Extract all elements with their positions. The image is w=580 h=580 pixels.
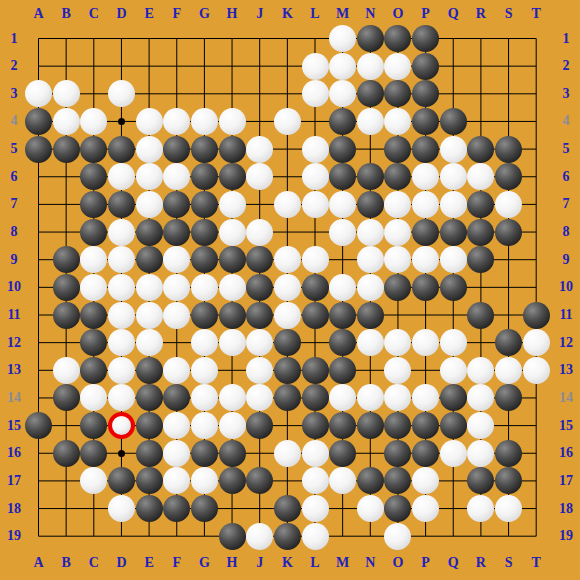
stone-white-P7 — [412, 191, 439, 218]
stone-black-H16 — [219, 440, 246, 467]
stone-black-B16 — [53, 440, 80, 467]
column-top-label-K: K — [282, 7, 293, 21]
stone-white-E11 — [136, 302, 163, 329]
stone-black-D7 — [108, 191, 135, 218]
stone-white-E12 — [136, 329, 163, 356]
point-J1[interactable] — [246, 25, 273, 52]
stone-black-F7 — [163, 191, 190, 218]
point-J2[interactable] — [246, 53, 273, 80]
stone-white-D12 — [108, 329, 135, 356]
column-top-label-F: F — [172, 7, 181, 21]
row-right-label-13: 13 — [559, 363, 573, 377]
stone-white-S7 — [495, 191, 522, 218]
point-M18[interactable] — [329, 495, 356, 522]
stone-white-N4 — [357, 108, 384, 135]
stone-white-M2 — [329, 53, 356, 80]
point-T3[interactable] — [523, 80, 550, 107]
stone-black-G9 — [191, 246, 218, 273]
stone-black-T11 — [523, 302, 550, 329]
point-M19[interactable] — [329, 523, 356, 550]
stone-white-S13 — [495, 357, 522, 384]
point-K3[interactable] — [274, 80, 301, 107]
column-top-label-J: J — [256, 7, 263, 21]
stone-black-J10 — [246, 274, 273, 301]
stone-black-H6 — [219, 163, 246, 190]
point-F19[interactable] — [163, 523, 190, 550]
point-A19[interactable] — [25, 523, 52, 550]
point-B1[interactable] — [53, 25, 80, 52]
stone-black-C13 — [80, 357, 107, 384]
row-right-label-1: 1 — [563, 32, 570, 46]
point-S19[interactable] — [495, 523, 522, 550]
point-J4[interactable] — [246, 108, 273, 135]
stone-black-O5 — [384, 136, 411, 163]
column-top-label-P: P — [421, 7, 430, 21]
stone-white-J19 — [246, 523, 273, 550]
stone-white-Q9 — [440, 246, 467, 273]
stone-black-K12 — [274, 329, 301, 356]
stone-white-L9 — [302, 246, 329, 273]
stone-black-R11 — [467, 302, 494, 329]
point-G1[interactable] — [191, 25, 218, 52]
point-R2[interactable] — [467, 53, 494, 80]
stone-black-R8 — [467, 219, 494, 246]
stone-black-P5 — [412, 136, 439, 163]
point-E1[interactable] — [136, 25, 163, 52]
stone-black-C16 — [80, 440, 107, 467]
stone-black-S12 — [495, 329, 522, 356]
stone-white-Q5 — [440, 136, 467, 163]
stone-black-Q4 — [440, 108, 467, 135]
row-right-label-15: 15 — [559, 419, 573, 433]
column-top-label-H: H — [227, 7, 238, 21]
point-A8[interactable] — [25, 219, 52, 246]
point-A7[interactable] — [25, 191, 52, 218]
point-T19[interactable] — [523, 523, 550, 550]
row-left-label-2: 2 — [11, 59, 18, 73]
stone-black-N17 — [357, 467, 384, 494]
stone-black-B10 — [53, 274, 80, 301]
stone-white-H4 — [219, 108, 246, 135]
stone-white-M7 — [329, 191, 356, 218]
column-bottom-label-O: O — [392, 556, 403, 570]
stone-black-L15 — [302, 412, 329, 439]
point-A11[interactable] — [25, 302, 52, 329]
point-F2[interactable] — [163, 53, 190, 80]
point-L1[interactable] — [302, 25, 329, 52]
row-left-label-8: 8 — [11, 225, 18, 239]
point-B8[interactable] — [53, 219, 80, 246]
point-T2[interactable] — [523, 53, 550, 80]
point-B15[interactable] — [53, 412, 80, 439]
column-bottom-label-A: A — [33, 556, 43, 570]
stone-black-S8 — [495, 219, 522, 246]
stone-white-D11 — [108, 302, 135, 329]
point-T8[interactable] — [523, 219, 550, 246]
row-left-label-16: 16 — [7, 446, 21, 460]
stone-black-G6 — [191, 163, 218, 190]
point-S15[interactable] — [495, 412, 522, 439]
stone-white-K11 — [274, 302, 301, 329]
stone-black-H17 — [219, 467, 246, 494]
stone-white-L18 — [302, 495, 329, 522]
point-A13[interactable] — [25, 357, 52, 384]
row-right-label-6: 6 — [563, 170, 570, 184]
stone-black-G11 — [191, 302, 218, 329]
stone-white-E6 — [136, 163, 163, 190]
stone-white-J13 — [246, 357, 273, 384]
stone-black-S16 — [495, 440, 522, 467]
stone-black-S5 — [495, 136, 522, 163]
stone-white-J5 — [246, 136, 273, 163]
stone-black-C7 — [80, 191, 107, 218]
column-top-label-N: N — [365, 7, 375, 21]
column-bottom-label-C: C — [89, 556, 99, 570]
stone-black-G8 — [191, 219, 218, 246]
row-left-label-18: 18 — [7, 502, 21, 516]
point-A18[interactable] — [25, 495, 52, 522]
stone-black-N6 — [357, 163, 384, 190]
column-bottom-label-K: K — [282, 556, 293, 570]
stone-white-D8 — [108, 219, 135, 246]
column-bottom-label-S: S — [505, 556, 513, 570]
point-A12[interactable] — [25, 329, 52, 356]
column-bottom-label-Q: Q — [448, 556, 459, 570]
point-Q17[interactable] — [440, 467, 467, 494]
stone-black-E9 — [136, 246, 163, 273]
point-K15[interactable] — [274, 412, 301, 439]
point-A10[interactable] — [25, 274, 52, 301]
column-bottom-label-B: B — [61, 556, 70, 570]
point-D19[interactable] — [108, 523, 135, 550]
point-D4[interactable] — [108, 108, 135, 135]
stone-black-N1 — [357, 25, 384, 52]
stone-white-N2 — [357, 53, 384, 80]
stone-white-Q12 — [440, 329, 467, 356]
stone-white-N18 — [357, 495, 384, 522]
point-Q1[interactable] — [440, 25, 467, 52]
column-top-label-S: S — [505, 7, 513, 21]
stone-black-P2 — [412, 53, 439, 80]
stone-black-M11 — [329, 302, 356, 329]
point-H13[interactable] — [219, 357, 246, 384]
stone-black-E13 — [136, 357, 163, 384]
point-L12[interactable] — [302, 329, 329, 356]
point-C2[interactable] — [80, 53, 107, 80]
stone-black-K13 — [274, 357, 301, 384]
stone-black-N15 — [357, 412, 384, 439]
row-left-label-1: 1 — [11, 32, 18, 46]
row-right-label-18: 18 — [559, 502, 573, 516]
stone-white-H15 — [219, 412, 246, 439]
point-N5[interactable] — [357, 136, 384, 163]
stone-white-L16 — [302, 440, 329, 467]
point-S2[interactable] — [495, 53, 522, 80]
point-K6[interactable] — [274, 163, 301, 190]
stone-black-M4 — [329, 108, 356, 135]
go-board[interactable]: AABBCCDDEEFFGGHHJJKKLLMMNNOOPPQQRRSSTT11… — [0, 0, 580, 580]
point-C19[interactable] — [80, 523, 107, 550]
stone-white-E4 — [136, 108, 163, 135]
stone-white-Q7 — [440, 191, 467, 218]
column-bottom-label-G: G — [199, 556, 210, 570]
row-left-label-4: 4 — [11, 114, 18, 128]
stone-white-F11 — [163, 302, 190, 329]
stone-white-G4 — [191, 108, 218, 135]
point-D1[interactable] — [108, 25, 135, 52]
point-T14[interactable] — [523, 384, 550, 411]
stone-white-H12 — [219, 329, 246, 356]
row-right-label-2: 2 — [563, 59, 570, 73]
row-right-label-3: 3 — [563, 87, 570, 101]
point-T5[interactable] — [523, 136, 550, 163]
stone-white-M1 — [329, 25, 356, 52]
point-P11[interactable] — [412, 302, 439, 329]
stone-black-P1 — [412, 25, 439, 52]
point-K8[interactable] — [274, 219, 301, 246]
point-J16[interactable] — [246, 440, 273, 467]
row-right-label-19: 19 — [559, 529, 573, 543]
stone-white-D9 — [108, 246, 135, 273]
point-S1[interactable] — [495, 25, 522, 52]
point-L8[interactable] — [302, 219, 329, 246]
point-P19[interactable] — [412, 523, 439, 550]
stone-white-K10 — [274, 274, 301, 301]
stone-white-T13 — [523, 357, 550, 384]
stone-black-M16 — [329, 440, 356, 467]
stone-black-A5 — [25, 136, 52, 163]
stone-white-N10 — [357, 274, 384, 301]
stone-white-Q16 — [440, 440, 467, 467]
stone-black-L13 — [302, 357, 329, 384]
row-right-label-9: 9 — [563, 253, 570, 267]
stone-white-G13 — [191, 357, 218, 384]
stone-white-L3 — [302, 80, 329, 107]
stone-white-L19 — [302, 523, 329, 550]
stone-white-Q6 — [440, 163, 467, 190]
point-T10[interactable] — [523, 274, 550, 301]
column-top-label-D: D — [116, 7, 126, 21]
stone-white-E10 — [136, 274, 163, 301]
point-K5[interactable] — [274, 136, 301, 163]
column-bottom-label-N: N — [365, 556, 375, 570]
point-Q11[interactable] — [440, 302, 467, 329]
point-B2[interactable] — [53, 53, 80, 80]
stone-black-A15 — [25, 412, 52, 439]
stone-black-Q10 — [440, 274, 467, 301]
point-E19[interactable] — [136, 523, 163, 550]
point-L4[interactable] — [302, 108, 329, 135]
point-N13[interactable] — [357, 357, 384, 384]
row-left-label-13: 13 — [7, 363, 21, 377]
stone-black-H19 — [219, 523, 246, 550]
row-right-label-17: 17 — [559, 474, 573, 488]
column-top-label-O: O — [392, 7, 403, 21]
stone-black-N3 — [357, 80, 384, 107]
stone-black-L10 — [302, 274, 329, 301]
stone-black-P16 — [412, 440, 439, 467]
row-right-label-5: 5 — [563, 142, 570, 156]
stone-white-Q13 — [440, 357, 467, 384]
stone-black-C11 — [80, 302, 107, 329]
stone-black-Q8 — [440, 219, 467, 246]
stone-black-B5 — [53, 136, 80, 163]
stone-black-H5 — [219, 136, 246, 163]
column-top-label-L: L — [310, 7, 319, 21]
stone-white-D10 — [108, 274, 135, 301]
stone-white-G10 — [191, 274, 218, 301]
point-H3[interactable] — [219, 80, 246, 107]
point-A9[interactable] — [25, 246, 52, 273]
point-A2[interactable] — [25, 53, 52, 80]
row-right-label-11: 11 — [559, 308, 572, 322]
point-S10[interactable] — [495, 274, 522, 301]
stone-white-H7 — [219, 191, 246, 218]
row-left-label-6: 6 — [11, 170, 18, 184]
point-T16[interactable] — [523, 440, 550, 467]
point-S11[interactable] — [495, 302, 522, 329]
stone-white-H10 — [219, 274, 246, 301]
point-Q3[interactable] — [440, 80, 467, 107]
point-G2[interactable] — [191, 53, 218, 80]
column-bottom-label-M: M — [336, 556, 349, 570]
column-top-label-T: T — [532, 7, 541, 21]
point-T18[interactable] — [523, 495, 550, 522]
stone-black-E8 — [136, 219, 163, 246]
point-Q18[interactable] — [440, 495, 467, 522]
point-R19[interactable] — [467, 523, 494, 550]
stone-black-P4 — [412, 108, 439, 135]
point-T7[interactable] — [523, 191, 550, 218]
stone-white-F13 — [163, 357, 190, 384]
point-H18[interactable] — [219, 495, 246, 522]
point-G19[interactable] — [191, 523, 218, 550]
stone-black-D5 — [108, 136, 135, 163]
point-A16[interactable] — [25, 440, 52, 467]
stone-black-P8 — [412, 219, 439, 246]
stone-white-N8 — [357, 219, 384, 246]
point-H1[interactable] — [219, 25, 246, 52]
stone-white-J8 — [246, 219, 273, 246]
point-P13[interactable] — [412, 357, 439, 384]
stone-white-C10 — [80, 274, 107, 301]
point-B7[interactable] — [53, 191, 80, 218]
point-S4[interactable] — [495, 108, 522, 135]
stone-white-R13 — [467, 357, 494, 384]
row-right-label-16: 16 — [559, 446, 573, 460]
point-E2[interactable] — [136, 53, 163, 80]
stone-black-F8 — [163, 219, 190, 246]
row-right-label-12: 12 — [559, 336, 573, 350]
stone-white-N9 — [357, 246, 384, 273]
row-left-label-9: 9 — [11, 253, 18, 267]
stone-black-A4 — [25, 108, 52, 135]
column-bottom-label-J: J — [256, 556, 263, 570]
stone-black-Q15 — [440, 412, 467, 439]
stone-black-C5 — [80, 136, 107, 163]
point-T17[interactable] — [523, 467, 550, 494]
point-T15[interactable] — [523, 412, 550, 439]
point-T4[interactable] — [523, 108, 550, 135]
point-T9[interactable] — [523, 246, 550, 273]
stone-black-B14 — [53, 384, 80, 411]
point-D2[interactable] — [108, 53, 135, 80]
stone-black-K18 — [274, 495, 301, 522]
stone-white-M10 — [329, 274, 356, 301]
stone-white-E7 — [136, 191, 163, 218]
point-Q2[interactable] — [440, 53, 467, 80]
point-T6[interactable] — [523, 163, 550, 190]
stone-black-C8 — [80, 219, 107, 246]
stone-black-L11 — [302, 302, 329, 329]
point-G3[interactable] — [191, 80, 218, 107]
row-left-label-7: 7 — [11, 197, 18, 211]
column-bottom-label-D: D — [116, 556, 126, 570]
point-N19[interactable] — [357, 523, 384, 550]
stone-black-F5 — [163, 136, 190, 163]
column-bottom-label-L: L — [310, 556, 319, 570]
stone-white-D15-last-move — [108, 412, 135, 439]
stone-white-G15 — [191, 412, 218, 439]
stone-black-N7 — [357, 191, 384, 218]
stone-white-N12 — [357, 329, 384, 356]
row-left-label-12: 12 — [7, 336, 21, 350]
stone-white-O19 — [384, 523, 411, 550]
stone-white-O8 — [384, 219, 411, 246]
stone-black-G7 — [191, 191, 218, 218]
point-N16[interactable] — [357, 440, 384, 467]
stone-white-B4 — [53, 108, 80, 135]
column-bottom-label-T: T — [532, 556, 541, 570]
point-B6[interactable] — [53, 163, 80, 190]
point-K2[interactable] — [274, 53, 301, 80]
point-B17[interactable] — [53, 467, 80, 494]
point-B12[interactable] — [53, 329, 80, 356]
stone-white-D18 — [108, 495, 135, 522]
column-top-label-B: B — [61, 7, 70, 21]
column-top-label-C: C — [89, 7, 99, 21]
stone-black-J11 — [246, 302, 273, 329]
point-Q19[interactable] — [440, 523, 467, 550]
stone-black-P15 — [412, 412, 439, 439]
stone-black-G5 — [191, 136, 218, 163]
stone-black-N11 — [357, 302, 384, 329]
stone-black-E16 — [136, 440, 163, 467]
point-B18[interactable] — [53, 495, 80, 522]
point-O11[interactable] — [384, 302, 411, 329]
point-T1[interactable] — [523, 25, 550, 52]
stone-black-H9 — [219, 246, 246, 273]
point-K1[interactable] — [274, 25, 301, 52]
stone-black-K19 — [274, 523, 301, 550]
point-D16[interactable] — [108, 440, 135, 467]
stone-black-E17 — [136, 467, 163, 494]
row-left-label-17: 17 — [7, 474, 21, 488]
point-J7[interactable] — [246, 191, 273, 218]
stone-white-T12 — [523, 329, 550, 356]
point-B19[interactable] — [53, 523, 80, 550]
column-bottom-label-H: H — [227, 556, 238, 570]
stone-white-O2 — [384, 53, 411, 80]
row-left-label-11: 11 — [7, 308, 20, 322]
point-E3[interactable] — [136, 80, 163, 107]
stone-white-B13 — [53, 357, 80, 384]
stone-white-E5 — [136, 136, 163, 163]
point-A1[interactable] — [25, 25, 52, 52]
stone-white-L5 — [302, 136, 329, 163]
point-H2[interactable] — [219, 53, 246, 80]
stone-black-O16 — [384, 440, 411, 467]
